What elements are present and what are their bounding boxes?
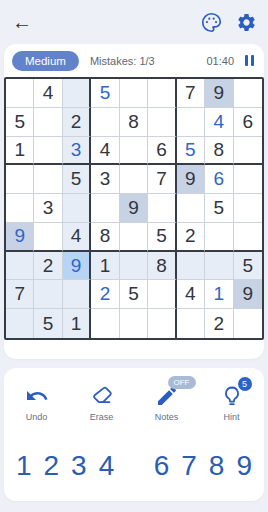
numpad-slot-empty	[120, 446, 148, 486]
cell-r6c5[interactable]	[120, 223, 148, 252]
cell-r6c4[interactable]: 8	[91, 223, 119, 252]
gear-icon	[236, 12, 257, 33]
board-bottom-padding	[4, 340, 264, 359]
hint-badge: 5	[238, 377, 252, 391]
cell-r8c2[interactable]	[34, 280, 62, 309]
cell-r5c7[interactable]	[177, 194, 205, 223]
cell-r3c9[interactable]	[234, 137, 262, 166]
cell-r6c1[interactable]: 9	[6, 223, 34, 252]
cell-r9c1[interactable]	[6, 309, 34, 338]
cell-r6c2[interactable]	[34, 223, 62, 252]
cell-r1c7[interactable]: 7	[177, 79, 205, 108]
timer: 01:40	[206, 55, 234, 67]
number-pad: 12346789	[4, 446, 264, 486]
cell-r4c2[interactable]	[34, 165, 62, 194]
cell-r1c1[interactable]	[6, 79, 34, 108]
top-bar: ←	[0, 0, 268, 44]
cell-r2c8[interactable]: 4	[205, 108, 233, 137]
eraser-icon	[90, 384, 114, 408]
cell-r5c4[interactable]	[91, 194, 119, 223]
cell-r1c6[interactable]	[148, 79, 176, 108]
cell-r8c9[interactable]: 9	[234, 280, 262, 309]
cell-r5c8[interactable]: 5	[205, 194, 233, 223]
status-row: Medium Mistakes: 1/3 01:40	[4, 44, 264, 77]
cell-r3c3[interactable]: 3	[63, 137, 91, 166]
cell-r7c5[interactable]	[120, 252, 148, 281]
cell-r7c2[interactable]: 2	[34, 252, 62, 281]
tool-bar: UndoEraseOFFNotes5Hint	[4, 383, 264, 422]
cell-r5c5[interactable]: 9	[120, 194, 148, 223]
cell-r1c9[interactable]	[234, 79, 262, 108]
numpad-8[interactable]: 8	[203, 446, 231, 486]
cell-r9c3[interactable]: 1	[63, 309, 91, 338]
cell-r6c7[interactable]: 2	[177, 223, 205, 252]
cell-r7c4[interactable]: 1	[91, 252, 119, 281]
cell-r8c6[interactable]	[148, 280, 176, 309]
cell-r7c1[interactable]	[6, 252, 34, 281]
numpad-6[interactable]: 6	[148, 446, 176, 486]
pause-button[interactable]	[243, 53, 256, 68]
hint-button[interactable]: 5Hint	[199, 383, 264, 422]
cell-r8c7[interactable]: 4	[177, 280, 205, 309]
difficulty-badge: Medium	[12, 51, 79, 71]
cell-r7c9[interactable]: 5	[234, 252, 262, 281]
cell-r9c8[interactable]: 2	[205, 309, 233, 338]
numpad-4[interactable]: 4	[93, 446, 121, 486]
cell-r2c9[interactable]: 6	[234, 108, 262, 137]
cell-r5c6[interactable]	[148, 194, 176, 223]
back-icon[interactable]: ←	[12, 12, 32, 32]
numpad-9[interactable]: 9	[230, 446, 258, 486]
settings-button[interactable]	[234, 10, 258, 34]
cell-r7c3[interactable]: 9	[63, 252, 91, 281]
controls-card: UndoEraseOFFNotes5Hint 12346789	[4, 368, 264, 501]
cell-r5c3[interactable]	[63, 194, 91, 223]
cell-r3c6[interactable]: 6	[148, 137, 176, 166]
cell-r1c4[interactable]: 5	[91, 79, 119, 108]
cell-r8c5[interactable]: 5	[120, 280, 148, 309]
cell-r3c7[interactable]: 5	[177, 137, 205, 166]
numpad-1[interactable]: 1	[10, 446, 38, 486]
cell-r2c1[interactable]: 5	[6, 108, 34, 137]
cell-r9c2[interactable]: 5	[34, 309, 62, 338]
cell-r4c1[interactable]	[6, 165, 34, 194]
cell-r8c3[interactable]	[63, 280, 91, 309]
cell-r4c3[interactable]: 5	[63, 165, 91, 194]
cell-r1c8[interactable]: 9	[205, 79, 233, 108]
numpad-7[interactable]: 7	[175, 446, 203, 486]
cell-r3c1[interactable]: 1	[6, 137, 34, 166]
cell-r4c9[interactable]	[234, 165, 262, 194]
hint-label: Hint	[223, 412, 239, 422]
undo-button[interactable]: Undo	[4, 383, 69, 422]
cell-r2c5[interactable]: 8	[120, 108, 148, 137]
numpad-2[interactable]: 2	[38, 446, 66, 486]
cell-r9c6[interactable]	[148, 309, 176, 338]
cell-r9c5[interactable]	[120, 309, 148, 338]
cell-r2c3[interactable]: 2	[63, 108, 91, 137]
undo-icon-wrap	[24, 383, 50, 409]
cell-r3c8[interactable]: 8	[205, 137, 233, 166]
cell-r5c1[interactable]	[6, 194, 34, 223]
cell-r8c4[interactable]: 2	[91, 280, 119, 309]
notes-badge: OFF	[168, 376, 196, 389]
pause-icon	[245, 55, 248, 66]
erase-label: Erase	[90, 412, 114, 422]
undo-label: Undo	[26, 412, 48, 422]
cell-r4c7[interactable]: 9	[177, 165, 205, 194]
cell-r9c9[interactable]	[234, 309, 262, 338]
cell-r6c8[interactable]	[205, 223, 233, 252]
cell-r5c2[interactable]: 3	[34, 194, 62, 223]
cell-r6c9[interactable]	[234, 223, 262, 252]
undo-icon	[25, 384, 49, 408]
cell-r4c5[interactable]	[120, 165, 148, 194]
mistakes-counter: Mistakes: 1/3	[90, 55, 155, 67]
numpad-3[interactable]: 3	[65, 446, 93, 486]
cell-r2c6[interactable]	[148, 108, 176, 137]
cell-r6c6[interactable]: 5	[148, 223, 176, 252]
theme-palette-button[interactable]	[199, 10, 223, 34]
game-card: Medium Mistakes: 1/3 01:40 4579528461346…	[4, 44, 264, 359]
cell-r4c6[interactable]: 7	[148, 165, 176, 194]
cell-r7c7[interactable]	[177, 252, 205, 281]
cell-r8c8[interactable]: 1	[205, 280, 233, 309]
cell-r4c4[interactable]: 3	[91, 165, 119, 194]
notes-label: Notes	[155, 412, 179, 422]
cell-r7c8[interactable]	[205, 252, 233, 281]
cell-r2c4[interactable]	[91, 108, 119, 137]
cell-r3c5[interactable]	[120, 137, 148, 166]
erase-button[interactable]: Erase	[69, 383, 134, 422]
sudoku-board: 4579528461346585379639594852291857254195…	[4, 77, 264, 340]
cell-r8c1[interactable]: 7	[6, 280, 34, 309]
notes-icon-wrap: OFF	[154, 383, 180, 409]
cell-r6c3[interactable]: 4	[63, 223, 91, 252]
cell-r1c2[interactable]: 4	[34, 79, 62, 108]
cell-r1c3[interactable]	[63, 79, 91, 108]
cell-r5c9[interactable]	[234, 194, 262, 223]
cell-r1c5[interactable]	[120, 79, 148, 108]
erase-icon-wrap	[89, 383, 115, 409]
pause-icon	[251, 55, 254, 66]
hint-icon-wrap: 5	[219, 383, 245, 409]
cell-r7c6[interactable]: 8	[148, 252, 176, 281]
cell-r9c4[interactable]	[91, 309, 119, 338]
cell-r4c8[interactable]: 6	[205, 165, 233, 194]
palette-icon	[201, 12, 222, 33]
cell-r2c7[interactable]	[177, 108, 205, 137]
cell-r9c7[interactable]	[177, 309, 205, 338]
notes-button[interactable]: OFFNotes	[134, 383, 199, 422]
cell-r2c2[interactable]	[34, 108, 62, 137]
cell-r3c2[interactable]	[34, 137, 62, 166]
cell-r3c4[interactable]: 4	[91, 137, 119, 166]
